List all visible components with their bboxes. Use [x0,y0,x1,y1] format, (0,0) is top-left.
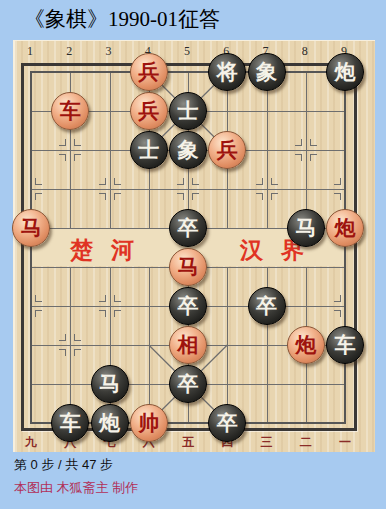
move-counter: 第 0 步 / 共 47 步 [14,456,113,474]
point-marker [35,310,42,317]
point-marker [114,310,121,317]
point-marker [177,178,184,185]
point-marker [310,154,317,161]
piece-black-pawn[interactable]: 卒 [208,404,246,442]
point-marker [74,334,81,341]
piece-black-horse[interactable]: 马 [91,365,129,403]
piece-red-horse[interactable]: 马 [169,248,207,286]
credit-line: 本图由 木狐斋主 制作 [14,479,138,497]
point-marker [334,178,341,185]
piece-red-chariot[interactable]: 车 [51,92,89,130]
point-marker [59,334,66,341]
point-marker [334,193,341,200]
piece-red-cannon[interactable]: 炮 [326,209,364,247]
point-marker [99,310,106,317]
piece-black-cannon[interactable]: 炮 [91,404,129,442]
file-label-top: 3 [106,44,112,59]
point-marker [99,295,106,302]
piece-red-pawn[interactable]: 兵 [130,92,168,130]
file-label-bottom: 二 [300,434,312,451]
xiangqi-viewer: 《象棋》1990-01征答 楚河 汉界 123456789九八七六五四三二一 兵… [0,0,386,509]
piece-black-pawn[interactable]: 卒 [169,287,207,325]
piece-red-general[interactable]: 帅 [130,404,168,442]
point-marker [334,310,341,317]
file-label-top: 8 [302,44,308,59]
piece-black-advisor[interactable]: 士 [169,92,207,130]
point-marker [114,295,121,302]
file-label-top: 2 [66,44,72,59]
file-label-bottom: 五 [182,434,194,451]
piece-black-pawn[interactable]: 卒 [169,209,207,247]
point-marker [35,178,42,185]
point-marker [59,154,66,161]
point-marker [256,178,263,185]
piece-red-pawn[interactable]: 兵 [130,53,168,91]
point-marker [192,193,199,200]
piece-red-elephant[interactable]: 相 [169,326,207,364]
piece-black-chariot[interactable]: 车 [326,326,364,364]
piece-black-cannon[interactable]: 炮 [326,53,364,91]
file-label-top: 5 [184,44,190,59]
point-marker [114,178,121,185]
file-label-bottom: 一 [339,434,351,451]
piece-red-pawn[interactable]: 兵 [208,131,246,169]
point-marker [334,295,341,302]
piece-black-elephant[interactable]: 象 [169,131,207,169]
point-marker [177,193,184,200]
piece-black-elephant[interactable]: 象 [248,53,286,91]
piece-black-advisor[interactable]: 士 [130,131,168,169]
point-marker [271,178,278,185]
page-title: 《象棋》1990-01征答 [24,5,220,33]
point-marker [114,193,121,200]
piece-black-pawn[interactable]: 卒 [169,365,207,403]
point-marker [271,193,278,200]
point-marker [59,349,66,356]
piece-red-cannon[interactable]: 炮 [287,326,325,364]
point-marker [74,349,81,356]
file-label-bottom: 九 [25,434,37,451]
point-marker [35,193,42,200]
piece-black-general[interactable]: 将 [208,53,246,91]
point-marker [310,139,317,146]
piece-black-chariot[interactable]: 车 [51,404,89,442]
point-marker [35,295,42,302]
point-marker [99,193,106,200]
point-marker [59,139,66,146]
piece-red-horse[interactable]: 马 [12,209,50,247]
point-marker [192,178,199,185]
file-label-top: 1 [27,44,33,59]
point-marker [256,193,263,200]
point-marker [74,139,81,146]
river-label-left: 楚河 [70,235,152,266]
point-marker [99,178,106,185]
piece-black-horse[interactable]: 马 [287,209,325,247]
file-label-bottom: 三 [261,434,273,451]
point-marker [295,154,302,161]
point-marker [74,154,81,161]
piece-black-pawn[interactable]: 卒 [248,287,286,325]
point-marker [295,139,302,146]
